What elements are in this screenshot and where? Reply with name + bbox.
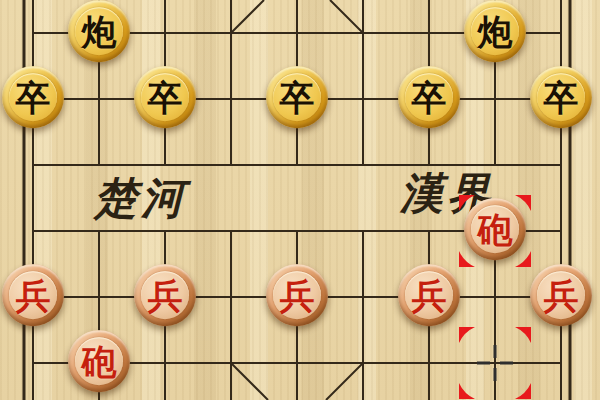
piece-glyph: 卒 (412, 80, 447, 115)
piece-glyph: 卒 (544, 80, 579, 115)
piece-glyph: 兵 (148, 278, 183, 313)
piece-face: 兵 (141, 271, 189, 319)
piece-black-soldier[interactable]: 卒 (266, 66, 328, 128)
piece-black-soldier[interactable]: 卒 (2, 66, 64, 128)
piece-glyph: 炮 (82, 14, 117, 49)
piece-face: 卒 (405, 73, 453, 121)
piece-glyph: 砲 (82, 344, 117, 379)
river-label-chu-he: 楚河 (94, 170, 188, 228)
piece-black-soldier[interactable]: 卒 (398, 66, 460, 128)
piece-face: 兵 (537, 271, 585, 319)
piece-glyph: 兵 (544, 278, 579, 313)
piece-glyph: 兵 (412, 278, 447, 313)
piece-face: 兵 (273, 271, 321, 319)
piece-red-soldier[interactable]: 兵 (2, 264, 64, 326)
piece-red-cannon[interactable]: 砲 (68, 330, 130, 392)
crosshair-cursor (459, 327, 531, 399)
piece-glyph: 兵 (16, 278, 51, 313)
piece-face: 砲 (471, 205, 519, 253)
piece-glyph: 卒 (16, 80, 51, 115)
piece-face: 兵 (405, 271, 453, 319)
piece-face: 卒 (9, 73, 57, 121)
piece-face: 兵 (9, 271, 57, 319)
piece-black-soldier[interactable]: 卒 (134, 66, 196, 128)
piece-red-soldier[interactable]: 兵 (398, 264, 460, 326)
piece-glyph: 炮 (478, 14, 513, 49)
piece-glyph: 兵 (280, 278, 315, 313)
piece-glyph: 砲 (478, 212, 513, 247)
piece-face: 砲 (75, 337, 123, 385)
piece-red-soldier[interactable]: 兵 (266, 264, 328, 326)
xiangqi-board[interactable]: 楚河 漢界 炮炮卒卒卒卒卒砲兵兵兵兵兵砲 (0, 0, 600, 400)
piece-red-soldier[interactable]: 兵 (134, 264, 196, 326)
piece-red-cannon-selected[interactable]: 砲 (464, 198, 526, 260)
piece-face: 炮 (75, 7, 123, 55)
piece-black-cannon[interactable]: 炮 (464, 0, 526, 62)
piece-glyph: 卒 (148, 80, 183, 115)
piece-red-soldier[interactable]: 兵 (530, 264, 592, 326)
piece-black-cannon[interactable]: 炮 (68, 0, 130, 62)
piece-face: 卒 (273, 73, 321, 121)
piece-face: 炮 (471, 7, 519, 55)
piece-black-soldier[interactable]: 卒 (530, 66, 592, 128)
piece-face: 卒 (537, 73, 585, 121)
piece-glyph: 卒 (280, 80, 315, 115)
piece-face: 卒 (141, 73, 189, 121)
